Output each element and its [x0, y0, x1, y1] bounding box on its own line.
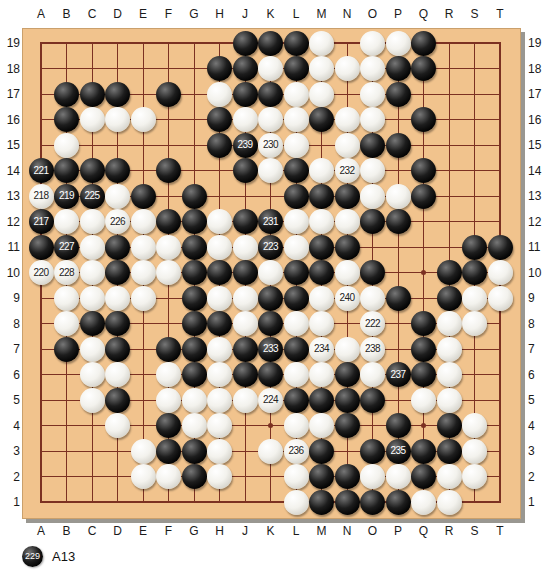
white-stone [233, 235, 258, 260]
row-label-left: 3 [2, 444, 20, 458]
column-label-top: Q [413, 7, 435, 21]
row-label-left: 2 [2, 470, 20, 484]
row-label-left: 17 [2, 87, 20, 101]
white-stone [258, 107, 283, 132]
footer-move-stone: 229 [22, 546, 43, 567]
black-stone [54, 82, 79, 107]
white-stone [360, 362, 385, 387]
white-stone: 226 [105, 209, 130, 234]
footer-move-number: 229 [25, 551, 40, 561]
black-stone [284, 260, 309, 285]
white-stone [360, 107, 385, 132]
black-stone [207, 56, 232, 81]
black-stone [207, 107, 232, 132]
white-stone [80, 286, 105, 311]
black-stone [360, 388, 385, 413]
black-stone [335, 388, 360, 413]
black-stone [335, 490, 360, 515]
white-stone [131, 286, 156, 311]
black-stone [182, 311, 207, 336]
column-label-top: A [30, 7, 52, 21]
white-stone [437, 388, 462, 413]
white-stone [207, 439, 232, 464]
white-stone [80, 107, 105, 132]
black-stone [386, 209, 411, 234]
black-stone [182, 209, 207, 234]
black-stone [411, 31, 436, 56]
black-stone [335, 235, 360, 260]
footer-move-coordinate: A13 [52, 549, 75, 564]
column-label-top: J [234, 7, 256, 21]
column-label-top: M [311, 7, 333, 21]
column-label-top: N [336, 7, 358, 21]
white-stone [309, 362, 334, 387]
white-stone [233, 311, 258, 336]
black-stone [233, 337, 258, 362]
black-stone [207, 133, 232, 158]
row-label-left: 16 [2, 113, 20, 127]
star-point [421, 270, 426, 275]
white-stone [105, 286, 130, 311]
black-stone [284, 388, 309, 413]
footer-move-note: 229 A13 [22, 545, 75, 567]
black-stone [29, 235, 54, 260]
white-stone [437, 490, 462, 515]
white-stone [131, 209, 156, 234]
row-label-left: 10 [2, 266, 20, 280]
white-stone: 228 [54, 260, 79, 285]
black-stone [386, 133, 411, 158]
column-label-bottom: B [56, 524, 78, 538]
black-stone [80, 311, 105, 336]
black-stone [284, 337, 309, 362]
row-label-left: 15 [2, 138, 20, 152]
row-label-left: 12 [2, 215, 20, 229]
column-label-top: B [56, 7, 78, 21]
column-label-bottom: H [209, 524, 231, 538]
column-label-top: R [438, 7, 460, 21]
white-stone: 232 [335, 158, 360, 183]
black-stone [182, 235, 207, 260]
white-stone [284, 413, 309, 438]
black-stone [386, 490, 411, 515]
column-label-bottom: N [336, 524, 358, 538]
white-stone [156, 235, 181, 260]
column-label-top: G [183, 7, 205, 21]
black-stone [284, 286, 309, 311]
row-label-right: 10 [528, 266, 546, 280]
black-stone [437, 286, 462, 311]
black-stone [105, 260, 130, 285]
white-stone [360, 286, 385, 311]
white-stone [437, 464, 462, 489]
white-stone: 222 [360, 311, 385, 336]
black-stone [105, 82, 130, 107]
row-label-right: 16 [528, 113, 546, 127]
white-stone [360, 31, 385, 56]
white-stone [284, 362, 309, 387]
white-stone [207, 235, 232, 260]
white-stone [309, 158, 334, 183]
row-label-right: 18 [528, 62, 546, 76]
white-stone [335, 209, 360, 234]
black-stone: 231 [258, 209, 283, 234]
black-stone [258, 82, 283, 107]
column-label-bottom: G [183, 524, 205, 538]
white-stone [207, 413, 232, 438]
white-stone [207, 388, 232, 413]
black-stone [309, 388, 334, 413]
white-stone [462, 311, 487, 336]
white-stone [360, 184, 385, 209]
black-stone [105, 235, 130, 260]
black-stone [258, 362, 283, 387]
white-stone [309, 311, 334, 336]
column-label-top: O [362, 7, 384, 21]
white-stone [462, 464, 487, 489]
white-stone [233, 286, 258, 311]
black-stone [360, 209, 385, 234]
white-stone: 236 [284, 439, 309, 464]
black-stone: 217 [29, 209, 54, 234]
white-stone [386, 184, 411, 209]
white-stone [284, 209, 309, 234]
black-stone [105, 311, 130, 336]
white-stone [105, 184, 130, 209]
black-stone [156, 82, 181, 107]
white-stone [233, 388, 258, 413]
black-stone: 219 [54, 184, 79, 209]
row-label-left: 7 [2, 342, 20, 356]
white-stone: 230 [258, 133, 283, 158]
white-stone [207, 362, 232, 387]
black-stone [54, 337, 79, 362]
white-stone: 238 [360, 337, 385, 362]
column-label-bottom: M [311, 524, 333, 538]
column-label-bottom: L [285, 524, 307, 538]
white-stone [386, 31, 411, 56]
white-stone [462, 413, 487, 438]
row-label-left: 5 [2, 393, 20, 407]
column-label-top: T [489, 7, 511, 21]
row-label-right: 2 [528, 470, 546, 484]
black-stone [258, 311, 283, 336]
black-stone [411, 362, 436, 387]
white-stone [360, 82, 385, 107]
white-stone [156, 260, 181, 285]
white-stone [335, 56, 360, 81]
row-label-right: 6 [528, 368, 546, 382]
black-stone [335, 362, 360, 387]
white-stone [207, 464, 232, 489]
white-stone [284, 235, 309, 260]
white-stone [284, 490, 309, 515]
column-label-bottom: P [387, 524, 409, 538]
column-label-bottom: F [158, 524, 180, 538]
black-stone [411, 107, 436, 132]
white-stone [386, 464, 411, 489]
black-stone [411, 56, 436, 81]
row-label-left: 14 [2, 164, 20, 178]
column-label-bottom: C [81, 524, 103, 538]
white-stone [437, 311, 462, 336]
black-stone [462, 260, 487, 285]
white-stone [437, 362, 462, 387]
black-stone [105, 388, 130, 413]
black-stone [411, 184, 436, 209]
white-stone [462, 439, 487, 464]
white-stone [131, 260, 156, 285]
white-stone [80, 235, 105, 260]
row-label-left: 4 [2, 419, 20, 433]
black-stone: 233 [258, 337, 283, 362]
black-stone [309, 235, 334, 260]
black-stone [233, 209, 258, 234]
column-label-bottom: S [464, 524, 486, 538]
black-stone [411, 158, 436, 183]
white-stone [207, 82, 232, 107]
white-stone [258, 56, 283, 81]
white-stone [131, 235, 156, 260]
row-label-right: 1 [528, 495, 546, 509]
black-stone [182, 184, 207, 209]
black-stone [309, 107, 334, 132]
white-stone [335, 107, 360, 132]
black-stone [411, 464, 436, 489]
black-stone: 235 [386, 439, 411, 464]
row-label-right: 8 [528, 317, 546, 331]
black-stone [207, 260, 232, 285]
black-stone [462, 235, 487, 260]
white-stone [105, 107, 130, 132]
black-stone [386, 286, 411, 311]
black-stone [309, 464, 334, 489]
black-stone [309, 490, 334, 515]
column-label-bottom: R [438, 524, 460, 538]
black-stone [309, 439, 334, 464]
white-stone [284, 464, 309, 489]
black-stone [437, 260, 462, 285]
black-stone [258, 31, 283, 56]
white-stone [309, 209, 334, 234]
column-label-top: S [464, 7, 486, 21]
column-label-bottom: J [234, 524, 256, 538]
black-stone [411, 337, 436, 362]
white-stone [54, 311, 79, 336]
row-label-left: 6 [2, 368, 20, 382]
white-stone [156, 464, 181, 489]
row-label-left: 13 [2, 189, 20, 203]
column-label-bottom: E [132, 524, 154, 538]
white-stone [360, 464, 385, 489]
row-label-left: 19 [2, 36, 20, 50]
black-stone [80, 82, 105, 107]
white-stone [233, 107, 258, 132]
row-label-right: 11 [528, 240, 546, 254]
white-stone [309, 413, 334, 438]
white-stone [131, 107, 156, 132]
white-stone: 220 [29, 260, 54, 285]
go-diagram: AABBCCDDEEFFGGHHJJKKLLMMNNOOPPQQRRSSTT11… [0, 0, 550, 582]
black-stone [233, 158, 258, 183]
row-label-right: 7 [528, 342, 546, 356]
black-stone [386, 82, 411, 107]
column-label-top: H [209, 7, 231, 21]
white-stone [156, 362, 181, 387]
black-stone: 237 [386, 362, 411, 387]
black-stone [54, 107, 79, 132]
black-stone [182, 337, 207, 362]
white-stone [284, 311, 309, 336]
black-stone [284, 158, 309, 183]
black-stone [156, 337, 181, 362]
white-stone [131, 439, 156, 464]
column-label-top: D [107, 7, 129, 21]
black-stone [437, 439, 462, 464]
white-stone [309, 56, 334, 81]
black-stone [488, 235, 513, 260]
black-stone [156, 158, 181, 183]
row-label-right: 19 [528, 36, 546, 50]
black-stone [309, 184, 334, 209]
black-stone [360, 133, 385, 158]
star-point [421, 423, 426, 428]
white-stone [258, 439, 283, 464]
white-stone [284, 82, 309, 107]
black-stone [360, 490, 385, 515]
white-stone: 240 [335, 286, 360, 311]
row-label-left: 8 [2, 317, 20, 331]
white-stone [80, 388, 105, 413]
black-stone [258, 286, 283, 311]
black-stone [309, 260, 334, 285]
white-stone [105, 362, 130, 387]
black-stone [284, 31, 309, 56]
column-label-bottom: T [489, 524, 511, 538]
white-stone [309, 82, 334, 107]
column-label-bottom: D [107, 524, 129, 538]
row-label-right: 3 [528, 444, 546, 458]
black-stone [182, 464, 207, 489]
row-label-right: 17 [528, 87, 546, 101]
white-stone [462, 286, 487, 311]
white-stone [80, 209, 105, 234]
white-stone: 234 [309, 337, 334, 362]
white-stone [54, 133, 79, 158]
white-stone [335, 133, 360, 158]
black-stone [335, 464, 360, 489]
black-stone [386, 413, 411, 438]
black-stone [182, 286, 207, 311]
black-stone: 227 [54, 235, 79, 260]
white-stone [284, 133, 309, 158]
row-label-left: 18 [2, 62, 20, 76]
black-stone [182, 439, 207, 464]
black-stone [335, 184, 360, 209]
white-stone [156, 388, 181, 413]
row-label-left: 9 [2, 291, 20, 305]
white-stone [207, 337, 232, 362]
black-stone [284, 184, 309, 209]
column-label-bottom: O [362, 524, 384, 538]
row-label-right: 4 [528, 419, 546, 433]
row-label-right: 13 [528, 189, 546, 203]
black-stone: 221 [29, 158, 54, 183]
white-stone [80, 337, 105, 362]
column-label-top: F [158, 7, 180, 21]
white-stone [411, 490, 436, 515]
white-stone [360, 56, 385, 81]
star-point [268, 423, 273, 428]
column-label-top: C [81, 7, 103, 21]
white-stone [182, 388, 207, 413]
row-label-left: 1 [2, 495, 20, 509]
black-stone: 239 [233, 133, 258, 158]
black-stone [182, 362, 207, 387]
white-stone [309, 286, 334, 311]
black-stone [182, 260, 207, 285]
black-stone [80, 158, 105, 183]
white-stone [258, 260, 283, 285]
white-stone [54, 286, 79, 311]
row-label-right: 12 [528, 215, 546, 229]
black-stone [360, 260, 385, 285]
black-stone [411, 311, 436, 336]
column-label-top: E [132, 7, 154, 21]
black-stone [233, 56, 258, 81]
white-stone [54, 209, 79, 234]
white-stone [258, 158, 283, 183]
column-label-bottom: K [260, 524, 282, 538]
black-stone: 225 [80, 184, 105, 209]
column-label-bottom: Q [413, 524, 435, 538]
column-label-top: K [260, 7, 282, 21]
black-stone [233, 82, 258, 107]
black-stone [284, 56, 309, 81]
white-stone [335, 337, 360, 362]
black-stone [156, 209, 181, 234]
black-stone [156, 439, 181, 464]
white-stone [207, 209, 232, 234]
column-label-bottom: A [30, 524, 52, 538]
row-label-left: 11 [2, 240, 20, 254]
black-stone [360, 439, 385, 464]
white-stone: 224 [258, 388, 283, 413]
white-stone [437, 337, 462, 362]
black-stone [233, 260, 258, 285]
column-label-top: L [285, 7, 307, 21]
row-label-right: 9 [528, 291, 546, 305]
black-stone [105, 158, 130, 183]
black-stone [233, 362, 258, 387]
white-stone [284, 107, 309, 132]
white-stone [80, 260, 105, 285]
black-stone [156, 413, 181, 438]
black-stone [437, 413, 462, 438]
white-stone [80, 362, 105, 387]
row-label-right: 5 [528, 393, 546, 407]
row-label-right: 15 [528, 138, 546, 152]
black-stone [233, 31, 258, 56]
white-stone: 218 [29, 184, 54, 209]
white-stone [309, 31, 334, 56]
black-stone [105, 337, 130, 362]
white-stone [207, 286, 232, 311]
black-stone [386, 56, 411, 81]
black-stone: 223 [258, 235, 283, 260]
black-stone [207, 311, 232, 336]
black-stone [54, 158, 79, 183]
